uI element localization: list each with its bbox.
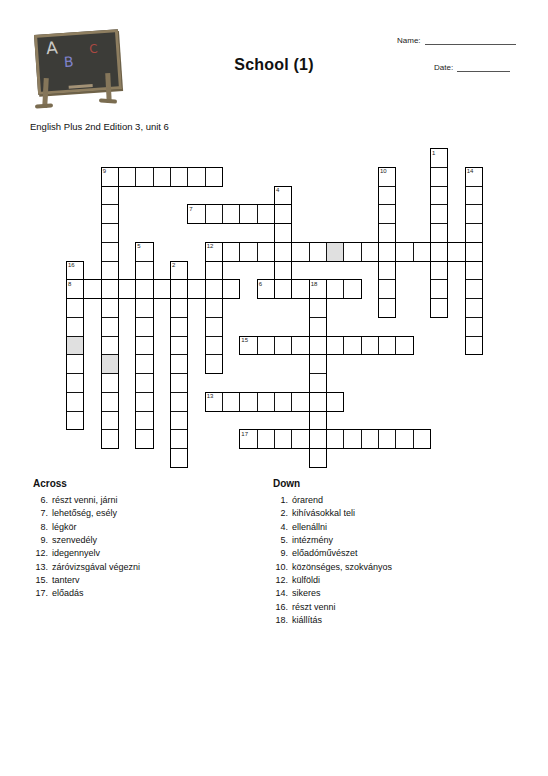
clue-number: 12. (273, 574, 288, 587)
answer-cell[interactable] (187, 204, 205, 224)
answer-cell[interactable] (378, 429, 396, 449)
answer-cell[interactable] (430, 242, 448, 262)
down-heading: Down (273, 478, 523, 489)
answer-cell[interactable] (413, 242, 431, 262)
answer-cell[interactable] (309, 354, 327, 374)
answer-cell[interactable] (378, 186, 396, 206)
answer-cell[interactable] (378, 167, 396, 187)
answer-cell[interactable] (101, 317, 119, 337)
answer-cell[interactable] (274, 186, 292, 206)
answer-cell[interactable] (170, 167, 188, 187)
clue-text: sikeres (292, 587, 321, 600)
answer-cell[interactable] (66, 261, 84, 281)
answer-cell[interactable] (101, 298, 119, 318)
answer-cell[interactable] (239, 336, 257, 356)
answer-cell[interactable] (66, 298, 84, 318)
answer-cell[interactable] (291, 279, 309, 299)
answer-cell[interactable] (326, 336, 344, 356)
chalk-letter-a: A (45, 39, 58, 57)
answer-cell[interactable] (170, 261, 188, 281)
answer-cell[interactable] (395, 429, 413, 449)
clue-12-down: 12.külföldi (273, 574, 523, 587)
answer-cell[interactable] (170, 354, 188, 374)
clue-text: záróvizsgával végezni (52, 561, 140, 574)
clue-text: közönséges, szokványos (292, 561, 392, 574)
answer-cell[interactable] (291, 392, 309, 412)
answer-cell[interactable] (170, 336, 188, 356)
answer-cell[interactable] (274, 392, 292, 412)
clue-8-across: 8.légkör (33, 521, 263, 534)
answer-cell[interactable] (135, 298, 153, 318)
answer-cell[interactable] (153, 167, 171, 187)
answer-cell[interactable] (430, 261, 448, 281)
clue-text: órarend (292, 494, 323, 507)
answer-cell[interactable] (465, 317, 483, 337)
answer-cell[interactable] (378, 223, 396, 243)
answer-cell[interactable] (361, 336, 379, 356)
clue-6-across: 6.részt venni, járni (33, 494, 263, 507)
answer-cell[interactable] (101, 186, 119, 206)
answer-cell[interactable] (101, 167, 119, 187)
clue-10-down: 10.közönséges, szokványos (273, 561, 523, 574)
answer-cell[interactable] (378, 279, 396, 299)
book-reference: English Plus 2nd Edition 3, unit 6 (30, 121, 169, 132)
answer-cell[interactable] (135, 411, 153, 431)
answer-cell[interactable] (447, 242, 465, 262)
answer-cell[interactable] (101, 204, 119, 224)
name-blank-line[interactable] (425, 36, 516, 45)
answer-cell[interactable] (274, 204, 292, 224)
answer-cell[interactable] (430, 298, 448, 318)
name-field: Name: (397, 36, 516, 45)
answer-cell[interactable] (291, 336, 309, 356)
answer-cell[interactable] (361, 242, 379, 262)
answer-cell[interactable] (430, 223, 448, 243)
answer-cell[interactable] (309, 279, 327, 299)
clue-15-across: 15.tanterv (33, 574, 263, 587)
answer-cell[interactable] (66, 279, 84, 299)
clue-text: szenvedély (52, 534, 97, 547)
answer-cell[interactable] (257, 392, 275, 412)
answer-cell[interactable] (343, 242, 361, 262)
answer-cell[interactable] (309, 317, 327, 337)
answer-cell[interactable] (465, 186, 483, 206)
clue-number: 6. (33, 494, 48, 507)
answer-cell[interactable] (135, 242, 153, 262)
answer-cell[interactable] (465, 336, 483, 356)
answer-cell[interactable] (465, 261, 483, 281)
chalkboard-foot-right (99, 98, 117, 103)
clue-number: 16. (273, 601, 288, 614)
clue-text: részt venni, járni (52, 494, 118, 507)
answer-cell[interactable] (101, 373, 119, 393)
answer-cell[interactable] (135, 167, 153, 187)
answer-cell[interactable] (170, 411, 188, 431)
clue-text: kiállítás (292, 614, 322, 627)
clue-text: külföldi (292, 574, 320, 587)
answer-cell[interactable] (170, 448, 188, 468)
answer-cell[interactable] (66, 317, 84, 337)
clue-number: 12. (33, 547, 48, 560)
answer-cell[interactable] (274, 223, 292, 243)
clue-text: kihívásokkal teli (292, 507, 355, 520)
answer-cell[interactable] (274, 429, 292, 449)
clue-14-down: 14.sikeres (273, 587, 523, 600)
answer-cell[interactable] (205, 317, 223, 337)
answer-cell[interactable] (135, 261, 153, 281)
answer-cell[interactable] (343, 279, 361, 299)
answer-cell[interactable] (153, 279, 171, 299)
answer-cell[interactable] (66, 392, 84, 412)
clue-1-down: 1.órarend (273, 494, 523, 507)
answer-cell[interactable] (430, 148, 448, 168)
answer-cell[interactable] (135, 373, 153, 393)
answer-cell[interactable] (343, 429, 361, 449)
answer-cell[interactable] (378, 298, 396, 318)
clue-number: 14. (273, 587, 288, 600)
answer-cell[interactable] (257, 429, 275, 449)
clue-text: részt venni (292, 601, 336, 614)
clue-text: idegennyelv (52, 547, 100, 560)
clue-text: intézmény (292, 534, 333, 547)
clue-number: 7. (33, 507, 48, 520)
answer-cell[interactable] (101, 392, 119, 412)
clue-number: 2. (273, 507, 288, 520)
answer-cell[interactable] (187, 279, 205, 299)
answer-cell[interactable] (465, 204, 483, 224)
answer-cell[interactable] (101, 336, 119, 356)
answer-cell[interactable] (257, 336, 275, 356)
answer-cell[interactable] (465, 223, 483, 243)
answer-cell[interactable] (309, 373, 327, 393)
answer-cell[interactable] (395, 336, 413, 356)
answer-cell[interactable] (101, 411, 119, 431)
answer-cell[interactable] (170, 279, 188, 299)
clue-number: 9. (273, 547, 288, 560)
answer-cell[interactable] (309, 242, 327, 262)
clue-number: 15. (33, 574, 48, 587)
date-label: Date: (434, 63, 453, 72)
answer-cell[interactable] (222, 279, 240, 299)
answer-cell[interactable] (378, 242, 396, 262)
clue-text: tanterv (52, 574, 80, 587)
answer-cell[interactable] (291, 429, 309, 449)
clue-12-across: 12.idegennyelv (33, 547, 263, 560)
answer-cell[interactable] (378, 204, 396, 224)
answer-cell[interactable] (291, 242, 309, 262)
clue-13-across: 13.záróvizsgával végezni (33, 561, 263, 574)
clue-9-across: 9.szenvedély (33, 534, 263, 547)
answer-cell[interactable] (83, 279, 101, 299)
chalkboard-foot-left (35, 103, 53, 109)
answer-cell[interactable] (465, 279, 483, 299)
answer-cell[interactable] (309, 448, 327, 468)
word-space-cell (101, 354, 119, 374)
answer-cell[interactable] (222, 204, 240, 224)
answer-cell[interactable] (395, 242, 413, 262)
answer-cell[interactable] (170, 317, 188, 337)
name-label: Name: (397, 36, 421, 45)
clue-text: előadás (52, 587, 84, 600)
answer-cell[interactable] (205, 204, 223, 224)
answer-cell[interactable] (465, 167, 483, 187)
answer-cell[interactable] (205, 279, 223, 299)
answer-cell[interactable] (430, 279, 448, 299)
clue-number: 9. (33, 534, 48, 547)
answer-cell[interactable] (257, 204, 275, 224)
answer-cell[interactable] (101, 261, 119, 281)
answer-cell[interactable] (274, 279, 292, 299)
answer-cell[interactable] (205, 336, 223, 356)
answer-cell[interactable] (135, 279, 153, 299)
answer-cell[interactable] (66, 411, 84, 431)
answer-cell[interactable] (257, 279, 275, 299)
crossword-grid: 678912131517124510141618 (66, 148, 482, 467)
down-clues-section: Down 1.órarend2.kihívásokkal teli4.ellen… (273, 478, 523, 627)
answer-cell[interactable] (170, 298, 188, 318)
down-clue-list: 1.órarend2.kihívásokkal teli4.ellenállni… (273, 494, 523, 627)
answer-cell[interactable] (66, 354, 84, 374)
answer-cell[interactable] (205, 392, 223, 412)
answer-cell[interactable] (378, 261, 396, 281)
clue-5-down: 5.intézmény (273, 534, 523, 547)
answer-cell[interactable] (361, 429, 379, 449)
answer-cell[interactable] (101, 223, 119, 243)
answer-cell[interactable] (135, 429, 153, 449)
answer-cell[interactable] (343, 336, 361, 356)
answer-cell[interactable] (135, 392, 153, 412)
clue-2-down: 2.kihívásokkal teli (273, 507, 523, 520)
answer-cell[interactable] (239, 204, 257, 224)
answer-cell[interactable] (378, 336, 396, 356)
word-space-cell (326, 242, 344, 262)
clue-text: előadóművészet (292, 547, 358, 560)
answer-cell[interactable] (222, 392, 240, 412)
answer-cell[interactable] (430, 204, 448, 224)
clue-9-down: 9.előadóművészet (273, 547, 523, 560)
across-clue-list: 6.részt venni, járni7.lehetőség, esély8.… (33, 494, 263, 601)
answer-cell[interactable] (326, 429, 344, 449)
answer-cell[interactable] (274, 242, 292, 262)
clue-4-down: 4.ellenállni (273, 521, 523, 534)
answer-cell[interactable] (257, 242, 275, 262)
date-field: Date: (434, 63, 510, 72)
answer-cell[interactable] (118, 167, 136, 187)
answer-cell[interactable] (309, 411, 327, 431)
answer-cell[interactable] (170, 392, 188, 412)
answer-cell[interactable] (205, 167, 223, 187)
answer-cell[interactable] (222, 242, 240, 262)
clue-16-down: 16.részt venni (273, 601, 523, 614)
word-space-cell (66, 336, 84, 356)
chalk-tray (69, 84, 93, 89)
answer-cell[interactable] (170, 373, 188, 393)
answer-cell[interactable] (205, 261, 223, 281)
answer-cell[interactable] (326, 279, 344, 299)
clue-number: 13. (33, 561, 48, 574)
answer-cell[interactable] (205, 298, 223, 318)
clue-18-down: 18.kiállítás (273, 614, 523, 627)
answer-cell[interactable] (465, 242, 483, 262)
answer-cell[interactable] (135, 354, 153, 374)
clue-number: 5. (273, 534, 288, 547)
clue-number: 8. (33, 521, 48, 534)
answer-cell[interactable] (205, 242, 223, 262)
clue-7-across: 7.lehetőség, esély (33, 507, 263, 520)
answer-cell[interactable] (239, 392, 257, 412)
answer-cell[interactable] (135, 336, 153, 356)
clue-number: 10. (273, 561, 288, 574)
clue-number: 18. (273, 614, 288, 627)
answer-cell[interactable] (101, 429, 119, 449)
answer-cell[interactable] (66, 373, 84, 393)
clue-number: 1. (273, 494, 288, 507)
answer-cell[interactable] (430, 186, 448, 206)
across-heading: Across (33, 478, 263, 489)
answer-cell[interactable] (413, 429, 431, 449)
answer-cell[interactable] (101, 242, 119, 262)
answer-cell[interactable] (309, 392, 327, 412)
answer-cell[interactable] (274, 336, 292, 356)
answer-cell[interactable] (326, 392, 344, 412)
answer-cell[interactable] (239, 429, 257, 449)
answer-cell[interactable] (309, 336, 327, 356)
clue-number: 4. (273, 521, 288, 534)
answer-cell[interactable] (118, 279, 136, 299)
answer-cell[interactable] (187, 167, 205, 187)
clue-text: lehetőség, esély (52, 507, 117, 520)
answer-cell[interactable] (101, 279, 119, 299)
answer-cell[interactable] (205, 354, 223, 374)
across-clues-section: Across 6.részt venni, járni7.lehetőség, … (33, 478, 263, 601)
answer-cell[interactable] (309, 429, 327, 449)
chalk-letter-c: C (89, 43, 98, 56)
answer-cell[interactable] (309, 298, 327, 318)
worksheet-page: A B C School (1) Name: Date: English Plu… (0, 0, 548, 776)
answer-cell[interactable] (430, 167, 448, 187)
clue-number: 17. (33, 587, 48, 600)
clue-text: ellenállni (292, 521, 327, 534)
clue-17-across: 17.előadás (33, 587, 263, 600)
date-blank-line[interactable] (457, 63, 510, 72)
clue-text: légkör (52, 521, 77, 534)
answer-cell[interactable] (135, 317, 153, 337)
answer-cell[interactable] (465, 298, 483, 318)
answer-cell[interactable] (239, 242, 257, 262)
answer-cell[interactable] (170, 429, 188, 449)
